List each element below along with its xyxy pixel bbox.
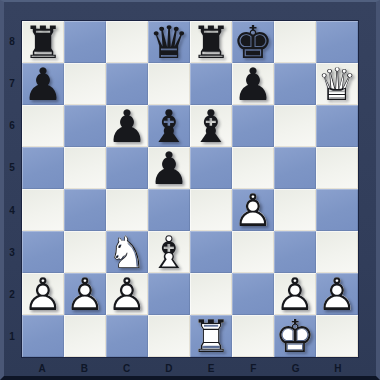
square-a6[interactable]	[22, 105, 64, 147]
file-label-d: D	[148, 359, 190, 377]
square-c8[interactable]	[106, 21, 148, 63]
square-e1[interactable]: ♜♖	[190, 315, 232, 357]
square-h6[interactable]	[316, 105, 358, 147]
square-e8[interactable]: ♜	[190, 21, 232, 63]
rank-labels: 87654321	[3, 20, 21, 358]
piece-black-pawn[interactable]: ♟	[232, 63, 274, 105]
square-b2[interactable]: ♟♙	[64, 273, 106, 315]
piece-black-pawn[interactable]: ♟	[106, 105, 148, 147]
square-c4[interactable]	[106, 189, 148, 231]
square-f3[interactable]	[232, 231, 274, 273]
piece-outline-glyph: ♘	[106, 231, 148, 273]
square-b5[interactable]	[64, 147, 106, 189]
square-h4[interactable]	[316, 189, 358, 231]
file-label-c: C	[106, 359, 148, 377]
square-f8[interactable]: ♚	[232, 21, 274, 63]
piece-white-king[interactable]: ♚♔	[274, 315, 316, 357]
file-labels: ABCDEFGH	[21, 359, 359, 377]
square-a5[interactable]	[22, 147, 64, 189]
square-e5[interactable]	[190, 147, 232, 189]
square-b7[interactable]	[64, 63, 106, 105]
square-b8[interactable]	[64, 21, 106, 63]
rank-label-5: 5	[3, 147, 21, 189]
piece-white-pawn[interactable]: ♟♙	[22, 273, 64, 315]
square-h3[interactable]	[316, 231, 358, 273]
file-label-g: G	[275, 359, 317, 377]
square-g4[interactable]	[274, 189, 316, 231]
square-c5[interactable]	[106, 147, 148, 189]
square-d8[interactable]: ♛	[148, 21, 190, 63]
square-a4[interactable]	[22, 189, 64, 231]
square-b3[interactable]	[64, 231, 106, 273]
square-a7[interactable]: ♟	[22, 63, 64, 105]
square-h2[interactable]: ♟♙	[316, 273, 358, 315]
piece-black-pawn[interactable]: ♟	[22, 63, 64, 105]
piece-black-king[interactable]: ♚	[232, 21, 274, 63]
chess-board: ♜♛♜♚♟♟♛♕♟♝♝♟♟♙♞♘♝♗♟♙♟♙♟♙♟♙♟♙♜♖♚♔	[21, 20, 359, 358]
square-c3[interactable]: ♞♘	[106, 231, 148, 273]
piece-black-pawn[interactable]: ♟	[148, 147, 190, 189]
rank-label-8: 8	[3, 20, 21, 62]
rank-label-4: 4	[3, 189, 21, 231]
file-label-e: E	[190, 359, 232, 377]
rank-label-6: 6	[3, 105, 21, 147]
square-c2[interactable]: ♟♙	[106, 273, 148, 315]
square-g2[interactable]: ♟♙	[274, 273, 316, 315]
piece-white-pawn[interactable]: ♟♙	[64, 273, 106, 315]
square-e3[interactable]	[190, 231, 232, 273]
file-label-h: H	[317, 359, 359, 377]
file-label-a: A	[21, 359, 63, 377]
piece-outline-glyph: ♙	[274, 273, 316, 315]
square-a1[interactable]	[22, 315, 64, 357]
file-label-f: F	[232, 359, 274, 377]
board-frame: 87654321 ♜♛♜♚♟♟♛♕♟♝♝♟♟♙♞♘♝♗♟♙♟♙♟♙♟♙♟♙♜♖♚…	[0, 0, 380, 380]
piece-black-bishop[interactable]: ♝	[190, 105, 232, 147]
piece-outline-glyph: ♗	[148, 231, 190, 273]
square-e6[interactable]: ♝	[190, 105, 232, 147]
rank-label-7: 7	[3, 62, 21, 104]
file-label-b: B	[63, 359, 105, 377]
square-c1[interactable]	[106, 315, 148, 357]
piece-black-queen[interactable]: ♛	[148, 21, 190, 63]
piece-outline-glyph: ♙	[316, 273, 358, 315]
rank-label-1: 1	[3, 316, 21, 358]
square-h5[interactable]	[316, 147, 358, 189]
square-d7[interactable]	[148, 63, 190, 105]
square-b4[interactable]	[64, 189, 106, 231]
square-f1[interactable]	[232, 315, 274, 357]
piece-black-bishop[interactable]: ♝	[148, 105, 190, 147]
piece-white-pawn[interactable]: ♟♙	[316, 273, 358, 315]
piece-outline-glyph: ♔	[274, 315, 316, 357]
piece-white-knight[interactable]: ♞♘	[106, 231, 148, 273]
piece-outline-glyph: ♙	[64, 273, 106, 315]
square-d1[interactable]	[148, 315, 190, 357]
square-e4[interactable]	[190, 189, 232, 231]
square-d2[interactable]	[148, 273, 190, 315]
square-d3[interactable]: ♝♗	[148, 231, 190, 273]
square-g1[interactable]: ♚♔	[274, 315, 316, 357]
square-f6[interactable]	[232, 105, 274, 147]
square-g7[interactable]	[274, 63, 316, 105]
square-h8[interactable]	[316, 21, 358, 63]
piece-white-queen[interactable]: ♛♕	[316, 63, 358, 105]
square-d6[interactable]: ♝	[148, 105, 190, 147]
piece-outline-glyph: ♙	[22, 273, 64, 315]
square-b6[interactable]	[64, 105, 106, 147]
square-g8[interactable]	[274, 21, 316, 63]
piece-white-bishop[interactable]: ♝♗	[148, 231, 190, 273]
rank-label-2: 2	[3, 274, 21, 316]
square-h1[interactable]	[316, 315, 358, 357]
piece-black-rook[interactable]: ♜	[190, 21, 232, 63]
square-d5[interactable]: ♟	[148, 147, 190, 189]
piece-outline-glyph: ♖	[190, 315, 232, 357]
square-c6[interactable]: ♟	[106, 105, 148, 147]
square-e2[interactable]	[190, 273, 232, 315]
square-f7[interactable]: ♟	[232, 63, 274, 105]
piece-outline-glyph: ♙	[106, 273, 148, 315]
rank-label-3: 3	[3, 231, 21, 273]
square-a2[interactable]: ♟♙	[22, 273, 64, 315]
square-h7[interactable]: ♛♕	[316, 63, 358, 105]
piece-white-pawn[interactable]: ♟♙	[274, 273, 316, 315]
piece-outline-glyph: ♕	[316, 63, 358, 105]
piece-white-pawn[interactable]: ♟♙	[106, 273, 148, 315]
piece-black-rook[interactable]: ♜	[22, 21, 64, 63]
square-f4[interactable]: ♟♙	[232, 189, 274, 231]
piece-white-pawn[interactable]: ♟♙	[232, 189, 274, 231]
square-c7[interactable]	[106, 63, 148, 105]
square-d4[interactable]	[148, 189, 190, 231]
piece-white-rook[interactable]: ♜♖	[190, 315, 232, 357]
square-g3[interactable]	[274, 231, 316, 273]
square-f5[interactable]	[232, 147, 274, 189]
square-b1[interactable]	[64, 315, 106, 357]
square-f2[interactable]	[232, 273, 274, 315]
piece-outline-glyph: ♙	[232, 189, 274, 231]
square-g5[interactable]	[274, 147, 316, 189]
square-a3[interactable]	[22, 231, 64, 273]
square-g6[interactable]	[274, 105, 316, 147]
square-a8[interactable]: ♜	[22, 21, 64, 63]
square-e7[interactable]	[190, 63, 232, 105]
